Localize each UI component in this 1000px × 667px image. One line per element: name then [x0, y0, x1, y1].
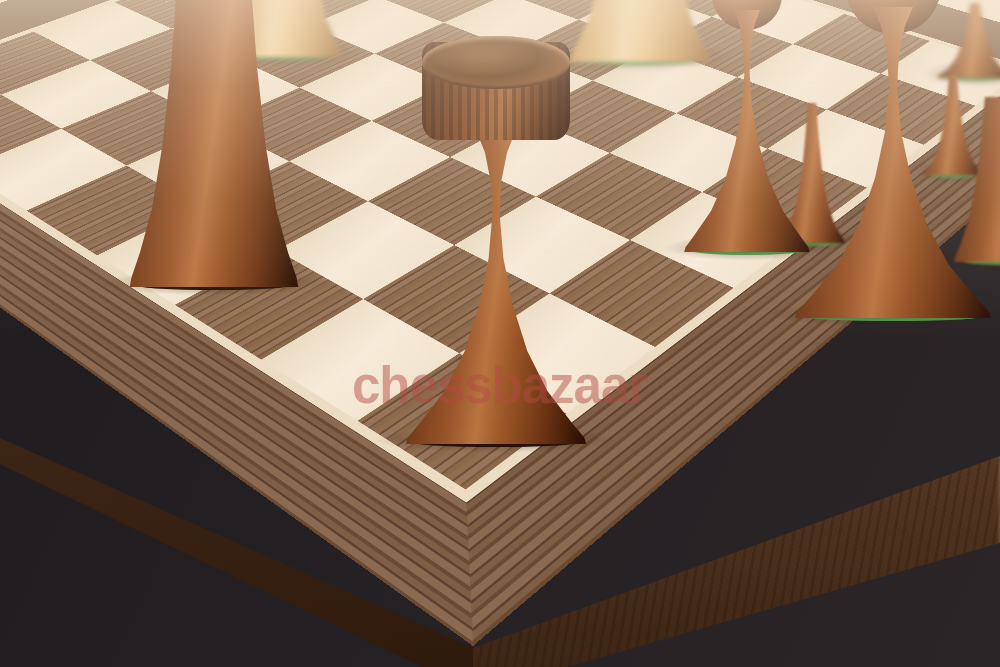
- piece-dark-bishop: [128, 0, 300, 287]
- pieces-layer: [0, 0, 1000, 667]
- piece-dark-king: [793, 0, 993, 318]
- chess-set-photo: chessbazaar: [0, 0, 1000, 667]
- piece-dark-queen: [683, 0, 811, 252]
- watermark: chessbazaar: [352, 356, 647, 415]
